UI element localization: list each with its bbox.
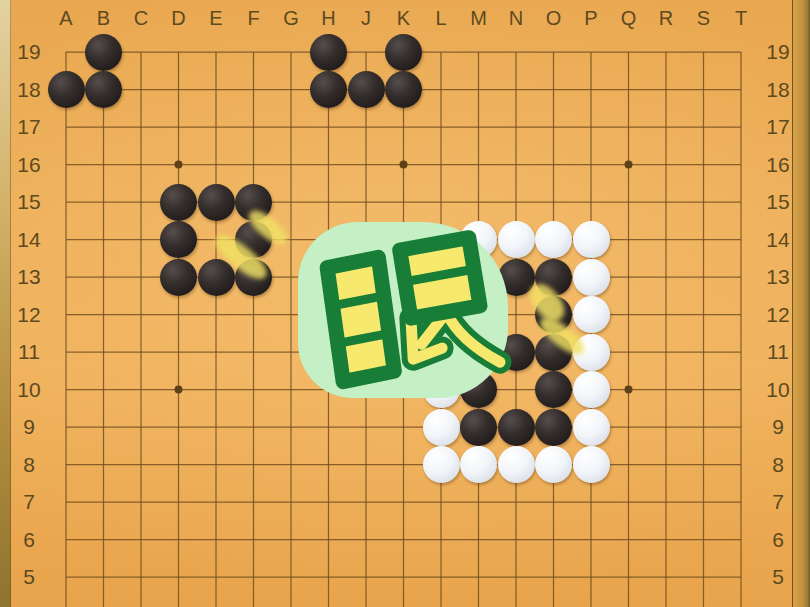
row-label-right: 10 <box>766 378 789 402</box>
row-label-left: 14 <box>17 228 40 252</box>
row-label-right: 7 <box>772 490 784 514</box>
black-stone-O9 <box>535 409 572 446</box>
row-label-right: 8 <box>772 453 784 477</box>
white-stone-L9 <box>423 409 460 446</box>
row-label-right: 13 <box>766 265 789 289</box>
black-stone-K19 <box>385 34 422 71</box>
black-stone-A18 <box>48 71 85 108</box>
black-stone-E15 <box>198 184 235 221</box>
black-stone-O10 <box>535 371 572 408</box>
row-label-right: 15 <box>766 190 789 214</box>
row-label-right: 6 <box>772 528 784 552</box>
board-left-edge <box>0 0 11 607</box>
row-label-right: 19 <box>766 40 789 64</box>
row-label-right: 18 <box>766 78 789 102</box>
white-stone-O8 <box>535 446 572 483</box>
black-stone-E13 <box>198 259 235 296</box>
white-stone-P8 <box>573 446 610 483</box>
black-stone-H18 <box>310 71 347 108</box>
row-label-right: 11 <box>767 340 789 364</box>
black-stone-B19 <box>85 34 122 71</box>
row-label-left: 12 <box>17 303 40 327</box>
column-label: P <box>584 7 597 30</box>
white-stone-O14 <box>535 221 572 258</box>
column-label: H <box>321 7 335 30</box>
black-stone-J18 <box>348 71 385 108</box>
column-label: M <box>470 7 487 30</box>
row-label-left: 11 <box>18 340 40 364</box>
white-stone-N8 <box>498 446 535 483</box>
column-label: O <box>546 7 562 30</box>
row-label-left: 18 <box>17 78 40 102</box>
black-stone-B18 <box>85 71 122 108</box>
white-stone-P13 <box>573 259 610 296</box>
column-label: S <box>697 7 710 30</box>
row-label-left: 7 <box>23 490 35 514</box>
column-label: Q <box>621 7 637 30</box>
row-label-left: 8 <box>23 453 35 477</box>
black-stone-D15 <box>160 184 197 221</box>
column-label: R <box>659 7 673 30</box>
row-label-right: 12 <box>766 303 789 327</box>
eye-character-drawing <box>298 222 508 398</box>
column-label: C <box>134 7 148 30</box>
column-label: D <box>171 7 185 30</box>
white-stone-P10 <box>573 371 610 408</box>
black-stone-D14 <box>160 221 197 258</box>
white-stone-P12 <box>573 296 610 333</box>
column-label: J <box>361 7 371 30</box>
row-label-left: 10 <box>17 378 40 402</box>
column-label: A <box>59 7 72 30</box>
column-label: G <box>283 7 299 30</box>
white-stone-L8 <box>423 446 460 483</box>
column-label: N <box>509 7 523 30</box>
eye-character-overlay <box>298 222 508 398</box>
board-right-edge <box>792 0 810 607</box>
white-stone-P9 <box>573 409 610 446</box>
black-stone-H19 <box>310 34 347 71</box>
video-frame: ABCDEFGHJKLMNOPQRST 19181716151413121110… <box>0 0 810 607</box>
row-label-left: 9 <box>23 415 35 439</box>
row-label-left: 19 <box>17 40 40 64</box>
row-label-right: 4 <box>772 603 784 607</box>
column-label: T <box>735 7 747 30</box>
black-stone-N9 <box>498 409 535 446</box>
row-label-right: 14 <box>766 228 789 252</box>
column-label: K <box>397 7 410 30</box>
row-label-right: 9 <box>772 415 784 439</box>
white-stone-M8 <box>460 446 497 483</box>
black-stone-D13 <box>160 259 197 296</box>
column-label: F <box>247 7 259 30</box>
row-label-left: 6 <box>23 528 35 552</box>
row-label-right: 17 <box>766 115 789 139</box>
row-label-right: 5 <box>772 565 784 589</box>
row-label-left: 17 <box>17 115 40 139</box>
row-label-right: 16 <box>766 153 789 177</box>
black-stone-K18 <box>385 71 422 108</box>
row-label-left: 13 <box>17 265 40 289</box>
row-label-left: 4 <box>23 603 35 607</box>
row-label-left: 16 <box>17 153 40 177</box>
column-label: E <box>209 7 222 30</box>
row-label-left: 5 <box>23 565 35 589</box>
row-label-left: 15 <box>17 190 40 214</box>
black-stone-M9 <box>460 409 497 446</box>
column-label: L <box>435 7 446 30</box>
column-label: B <box>97 7 110 30</box>
white-stone-P14 <box>573 221 610 258</box>
